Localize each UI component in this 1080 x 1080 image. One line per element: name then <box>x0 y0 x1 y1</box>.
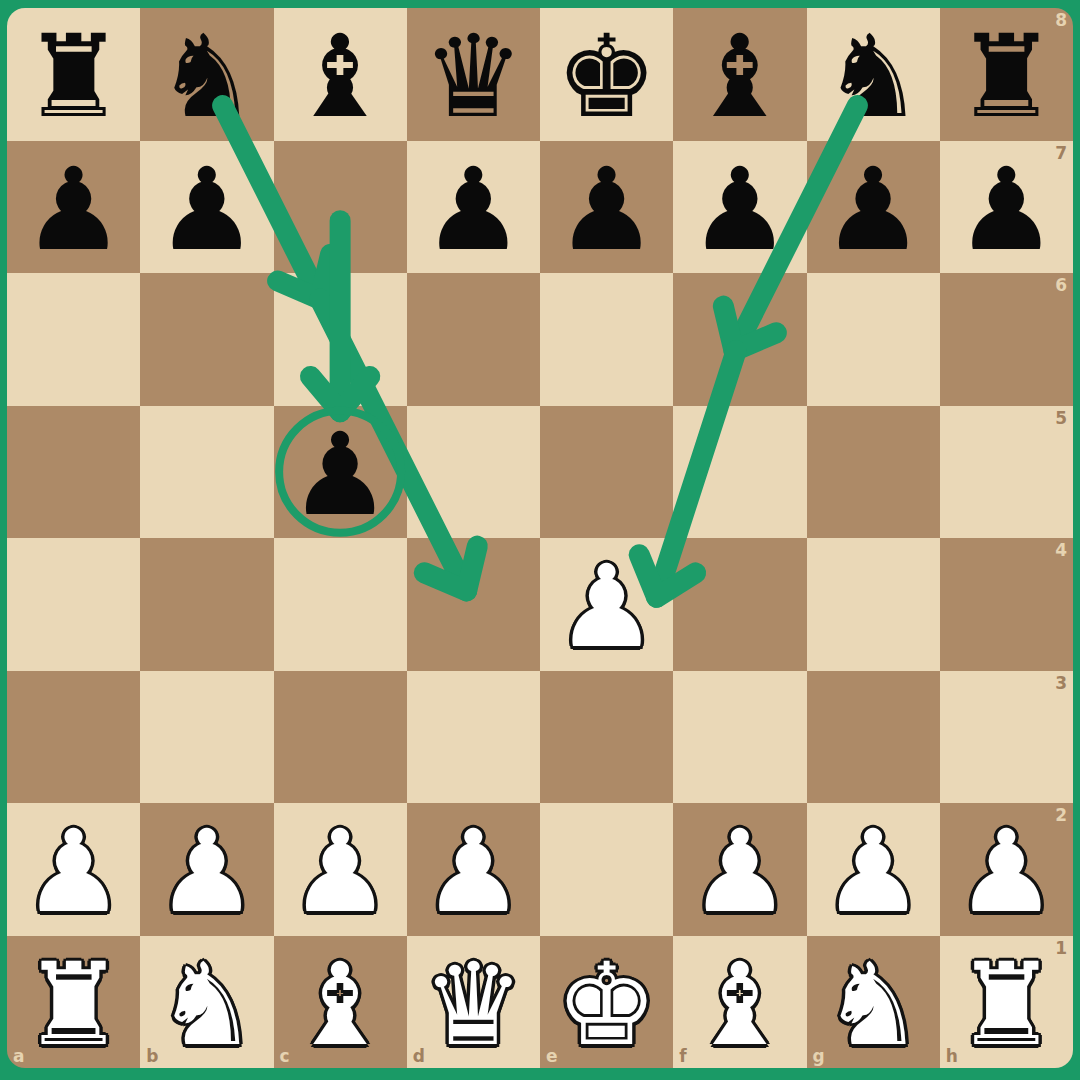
square-d7[interactable]: ♟ <box>407 141 540 274</box>
square-h6[interactable]: 6 <box>940 273 1073 406</box>
black-rook-a8[interactable]: ♜ <box>23 20 125 134</box>
square-a1[interactable]: a♜ <box>7 936 140 1069</box>
square-d5[interactable] <box>407 406 540 539</box>
square-b4[interactable] <box>140 538 273 671</box>
square-c7[interactable] <box>274 141 407 274</box>
white-rook-h1[interactable]: ♜ <box>955 948 1057 1062</box>
black-pawn-h7[interactable]: ♟ <box>955 153 1057 267</box>
square-f2[interactable]: ♟ <box>673 803 806 936</box>
square-e7[interactable]: ♟ <box>540 141 673 274</box>
square-e6[interactable] <box>540 273 673 406</box>
square-h8[interactable]: 8♜ <box>940 8 1073 141</box>
black-pawn-a7[interactable]: ♟ <box>23 153 125 267</box>
square-d3[interactable] <box>407 671 540 804</box>
black-queen-d8[interactable]: ♛ <box>422 20 524 134</box>
square-b2[interactable]: ♟ <box>140 803 273 936</box>
square-d2[interactable]: ♟ <box>407 803 540 936</box>
black-pawn-g7[interactable]: ♟ <box>822 153 924 267</box>
square-a8[interactable]: ♜ <box>7 8 140 141</box>
square-c3[interactable] <box>274 671 407 804</box>
black-knight-b8[interactable]: ♞ <box>156 20 258 134</box>
square-a3[interactable] <box>7 671 140 804</box>
black-king-e8[interactable]: ♚ <box>556 20 658 134</box>
square-c6[interactable] <box>274 273 407 406</box>
square-g3[interactable] <box>807 671 940 804</box>
square-e8[interactable]: ♚ <box>540 8 673 141</box>
square-b7[interactable]: ♟ <box>140 141 273 274</box>
square-b3[interactable] <box>140 671 273 804</box>
square-c5[interactable]: ♟ <box>274 406 407 539</box>
square-c8[interactable]: ♝ <box>274 8 407 141</box>
square-h1[interactable]: 1h♜ <box>940 936 1073 1069</box>
square-e1[interactable]: e♚ <box>540 936 673 1069</box>
square-e4[interactable]: ♟ <box>540 538 673 671</box>
square-h5[interactable]: 5 <box>940 406 1073 539</box>
square-e5[interactable] <box>540 406 673 539</box>
square-c2[interactable]: ♟ <box>274 803 407 936</box>
square-h4[interactable]: 4 <box>940 538 1073 671</box>
square-g7[interactable]: ♟ <box>807 141 940 274</box>
rank-label-4: 4 <box>1055 542 1067 559</box>
square-g4[interactable] <box>807 538 940 671</box>
black-bishop-c8[interactable]: ♝ <box>289 20 391 134</box>
square-d8[interactable]: ♛ <box>407 8 540 141</box>
white-rook-a1[interactable]: ♜ <box>23 948 125 1062</box>
square-h7[interactable]: 7♟ <box>940 141 1073 274</box>
square-d1[interactable]: d♛ <box>407 936 540 1069</box>
square-d6[interactable] <box>407 273 540 406</box>
white-pawn-f2[interactable]: ♟ <box>689 815 791 929</box>
square-g5[interactable] <box>807 406 940 539</box>
white-knight-g1[interactable]: ♞ <box>822 948 924 1062</box>
black-bishop-f8[interactable]: ♝ <box>689 20 791 134</box>
square-b6[interactable] <box>140 273 273 406</box>
white-pawn-c2[interactable]: ♟ <box>289 815 391 929</box>
square-a6[interactable] <box>7 273 140 406</box>
white-pawn-d2[interactable]: ♟ <box>422 815 524 929</box>
white-bishop-c1[interactable]: ♝ <box>289 948 391 1062</box>
square-b1[interactable]: b♞ <box>140 936 273 1069</box>
square-c1[interactable]: c♝ <box>274 936 407 1069</box>
white-king-e1[interactable]: ♚ <box>556 948 658 1062</box>
rank-label-6: 6 <box>1055 277 1067 294</box>
black-pawn-f7[interactable]: ♟ <box>689 153 791 267</box>
black-pawn-b7[interactable]: ♟ <box>156 153 258 267</box>
square-g1[interactable]: g♞ <box>807 936 940 1069</box>
black-knight-g8[interactable]: ♞ <box>822 20 924 134</box>
square-a5[interactable] <box>7 406 140 539</box>
white-pawn-b2[interactable]: ♟ <box>156 815 258 929</box>
white-bishop-f1[interactable]: ♝ <box>689 948 791 1062</box>
black-pawn-c5[interactable]: ♟ <box>289 418 391 532</box>
white-pawn-h2[interactable]: ♟ <box>955 815 1057 929</box>
board-frame: ♜♞♝♛♚♝♞8♜♟♟♟♟♟♟7♟6♟5♟43♟♟♟♟♟♟2♟a♜b♞c♝d♛e… <box>0 0 1080 1080</box>
square-d4[interactable] <box>407 538 540 671</box>
square-h3[interactable]: 3 <box>940 671 1073 804</box>
rank-label-3: 3 <box>1055 675 1067 692</box>
square-h2[interactable]: 2♟ <box>940 803 1073 936</box>
square-e2[interactable] <box>540 803 673 936</box>
square-g6[interactable] <box>807 273 940 406</box>
white-knight-b1[interactable]: ♞ <box>156 948 258 1062</box>
square-g2[interactable]: ♟ <box>807 803 940 936</box>
black-pawn-d7[interactable]: ♟ <box>422 153 524 267</box>
white-pawn-g2[interactable]: ♟ <box>822 815 924 929</box>
square-b8[interactable]: ♞ <box>140 8 273 141</box>
square-f5[interactable] <box>673 406 806 539</box>
square-b5[interactable] <box>140 406 273 539</box>
white-pawn-a2[interactable]: ♟ <box>23 815 125 929</box>
white-pawn-e4[interactable]: ♟ <box>556 550 658 664</box>
square-f4[interactable] <box>673 538 806 671</box>
rank-label-5: 5 <box>1055 410 1067 427</box>
square-g8[interactable]: ♞ <box>807 8 940 141</box>
square-f6[interactable] <box>673 273 806 406</box>
black-pawn-e7[interactable]: ♟ <box>556 153 658 267</box>
square-f7[interactable]: ♟ <box>673 141 806 274</box>
chess-board: ♜♞♝♛♚♝♞8♜♟♟♟♟♟♟7♟6♟5♟43♟♟♟♟♟♟2♟a♜b♞c♝d♛e… <box>7 8 1073 1068</box>
white-queen-d1[interactable]: ♛ <box>422 948 524 1062</box>
square-e3[interactable] <box>540 671 673 804</box>
square-a4[interactable] <box>7 538 140 671</box>
black-rook-h8[interactable]: ♜ <box>955 20 1057 134</box>
file-label-f: f <box>679 1048 686 1065</box>
square-f1[interactable]: f♝ <box>673 936 806 1069</box>
square-a2[interactable]: ♟ <box>7 803 140 936</box>
square-f8[interactable]: ♝ <box>673 8 806 141</box>
square-a7[interactable]: ♟ <box>7 141 140 274</box>
square-c4[interactable] <box>274 538 407 671</box>
square-f3[interactable] <box>673 671 806 804</box>
